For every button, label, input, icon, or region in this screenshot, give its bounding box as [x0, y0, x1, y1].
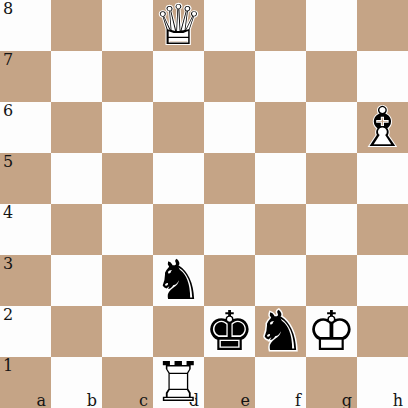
square-e1[interactable]: e	[204, 357, 255, 408]
file-label-g: g	[342, 392, 352, 408]
white-bishop-glyph: ♗	[357, 102, 408, 153]
square-a6[interactable]: 6	[0, 102, 51, 153]
rank-label-2: 2	[3, 306, 13, 324]
square-h6[interactable]: ♝♗	[357, 102, 408, 153]
square-a2[interactable]: 2	[0, 306, 51, 357]
chess-board: 8♛♕76♝♗543♞♞2♚♚♞♞♚♔1abcd♜♖efgh	[0, 0, 408, 408]
square-f5[interactable]	[255, 153, 306, 204]
square-a4[interactable]: 4	[0, 204, 51, 255]
square-c3[interactable]	[102, 255, 153, 306]
square-b1[interactable]: b	[51, 357, 102, 408]
square-c6[interactable]	[102, 102, 153, 153]
square-e4[interactable]	[204, 204, 255, 255]
square-f7[interactable]	[255, 51, 306, 102]
square-b6[interactable]	[51, 102, 102, 153]
black-king-glyph: ♚	[204, 306, 255, 357]
rank-label-4: 4	[3, 204, 13, 222]
square-h3[interactable]	[357, 255, 408, 306]
square-c2[interactable]	[102, 306, 153, 357]
square-b2[interactable]	[51, 306, 102, 357]
square-e5[interactable]	[204, 153, 255, 204]
black-knight-glyph: ♞	[153, 255, 204, 306]
piece-white-bishop[interactable]: ♝♗	[357, 102, 408, 153]
rank-label-5: 5	[3, 153, 13, 171]
square-f6[interactable]	[255, 102, 306, 153]
white-queen-glyph: ♕	[153, 0, 204, 51]
square-e2[interactable]: ♚♚	[204, 306, 255, 357]
file-label-f: f	[295, 392, 301, 408]
square-c8[interactable]	[102, 0, 153, 51]
file-label-e: e	[241, 392, 250, 408]
rank-label-6: 6	[3, 102, 13, 120]
square-d5[interactable]	[153, 153, 204, 204]
square-c5[interactable]	[102, 153, 153, 204]
black-knight-glyph: ♞	[255, 306, 306, 357]
square-a8[interactable]: 8	[0, 0, 51, 51]
square-d8[interactable]: ♛♕	[153, 0, 204, 51]
piece-white-rook[interactable]: ♜♖	[153, 357, 204, 408]
square-d1[interactable]: d♜♖	[153, 357, 204, 408]
square-e7[interactable]	[204, 51, 255, 102]
square-d3[interactable]: ♞♞	[153, 255, 204, 306]
square-c7[interactable]	[102, 51, 153, 102]
piece-black-knight[interactable]: ♞♞	[153, 255, 204, 306]
square-b4[interactable]	[51, 204, 102, 255]
piece-black-king[interactable]: ♚♚	[204, 306, 255, 357]
file-label-a: a	[36, 392, 46, 408]
square-g7[interactable]	[306, 51, 357, 102]
white-rook-glyph: ♖	[153, 357, 204, 408]
square-h1[interactable]: h	[357, 357, 408, 408]
rank-label-3: 3	[3, 255, 13, 273]
square-g5[interactable]	[306, 153, 357, 204]
square-e8[interactable]	[204, 0, 255, 51]
square-g1[interactable]: g	[306, 357, 357, 408]
square-c4[interactable]	[102, 204, 153, 255]
rank-label-8: 8	[3, 0, 13, 18]
square-b7[interactable]	[51, 51, 102, 102]
square-a7[interactable]: 7	[0, 51, 51, 102]
square-g6[interactable]	[306, 102, 357, 153]
rank-label-1: 1	[3, 357, 13, 375]
piece-white-queen[interactable]: ♛♕	[153, 0, 204, 51]
square-a3[interactable]: 3	[0, 255, 51, 306]
square-f2[interactable]: ♞♞	[255, 306, 306, 357]
square-a1[interactable]: 1a	[0, 357, 51, 408]
square-c1[interactable]: c	[102, 357, 153, 408]
square-f8[interactable]	[255, 0, 306, 51]
square-d6[interactable]	[153, 102, 204, 153]
square-g4[interactable]	[306, 204, 357, 255]
square-b3[interactable]	[51, 255, 102, 306]
square-b5[interactable]	[51, 153, 102, 204]
rank-label-7: 7	[3, 51, 13, 69]
square-h4[interactable]	[357, 204, 408, 255]
square-h5[interactable]	[357, 153, 408, 204]
square-h2[interactable]	[357, 306, 408, 357]
square-d7[interactable]	[153, 51, 204, 102]
square-g8[interactable]	[306, 0, 357, 51]
square-a5[interactable]: 5	[0, 153, 51, 204]
square-f4[interactable]	[255, 204, 306, 255]
file-label-h: h	[393, 392, 403, 408]
piece-white-king[interactable]: ♚♔	[306, 306, 357, 357]
square-g2[interactable]: ♚♔	[306, 306, 357, 357]
square-h8[interactable]	[357, 0, 408, 51]
square-e6[interactable]	[204, 102, 255, 153]
square-f1[interactable]: f	[255, 357, 306, 408]
file-label-b: b	[87, 392, 97, 408]
white-king-glyph: ♔	[306, 306, 357, 357]
file-label-c: c	[139, 392, 148, 408]
square-b8[interactable]	[51, 0, 102, 51]
piece-black-knight[interactable]: ♞♞	[255, 306, 306, 357]
